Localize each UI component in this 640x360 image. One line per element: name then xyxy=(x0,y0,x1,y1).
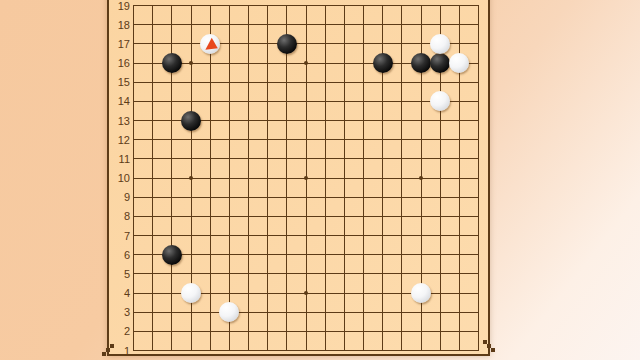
stone-black-C6 xyxy=(162,245,182,265)
star-point xyxy=(189,61,193,65)
go-board[interactable]: 19181716151413121110987654321 xyxy=(107,0,490,356)
row-labels: 19181716151413121110987654321 xyxy=(109,0,132,354)
stone-black-D13 xyxy=(181,111,201,131)
row-label-19: 19 xyxy=(109,0,130,13)
row-label-15: 15 xyxy=(109,75,130,89)
last-move-marker xyxy=(200,34,220,54)
board-grid[interactable] xyxy=(133,5,479,351)
star-point xyxy=(304,61,308,65)
row-label-13: 13 xyxy=(109,114,130,128)
stone-black-Q16 xyxy=(411,53,431,73)
row-label-17: 17 xyxy=(109,37,130,51)
stone-black-J17 xyxy=(277,34,297,54)
star-point xyxy=(304,176,308,180)
row-label-14: 14 xyxy=(109,94,130,108)
row-label-9: 9 xyxy=(109,190,130,204)
board-corner-ornament-right xyxy=(483,340,487,344)
row-label-8: 8 xyxy=(109,209,130,223)
row-label-3: 3 xyxy=(109,305,130,319)
stone-white-S16 xyxy=(449,53,469,73)
row-label-4: 4 xyxy=(109,286,130,300)
stone-black-R16 xyxy=(430,53,450,73)
row-label-10: 10 xyxy=(109,171,130,185)
row-label-5: 5 xyxy=(109,267,130,281)
stone-white-F3 xyxy=(219,302,239,322)
row-label-11: 11 xyxy=(109,152,130,166)
row-label-18: 18 xyxy=(109,18,130,32)
row-label-2: 2 xyxy=(109,324,130,338)
stone-white-E17 xyxy=(200,34,220,54)
row-label-16: 16 xyxy=(109,56,130,70)
stone-black-C16 xyxy=(162,53,182,73)
star-point xyxy=(304,291,308,295)
stone-black-O16 xyxy=(373,53,393,73)
stone-white-R14 xyxy=(430,91,450,111)
star-point xyxy=(189,176,193,180)
stone-white-R17 xyxy=(430,34,450,54)
app-background: 19181716151413121110987654321 xyxy=(0,0,640,360)
stone-white-D4 xyxy=(181,283,201,303)
stone-white-Q4 xyxy=(411,283,431,303)
star-point xyxy=(419,176,423,180)
row-label-6: 6 xyxy=(109,248,130,262)
row-label-12: 12 xyxy=(109,133,130,147)
row-label-7: 7 xyxy=(109,229,130,243)
board-corner-ornament-left xyxy=(110,344,114,348)
